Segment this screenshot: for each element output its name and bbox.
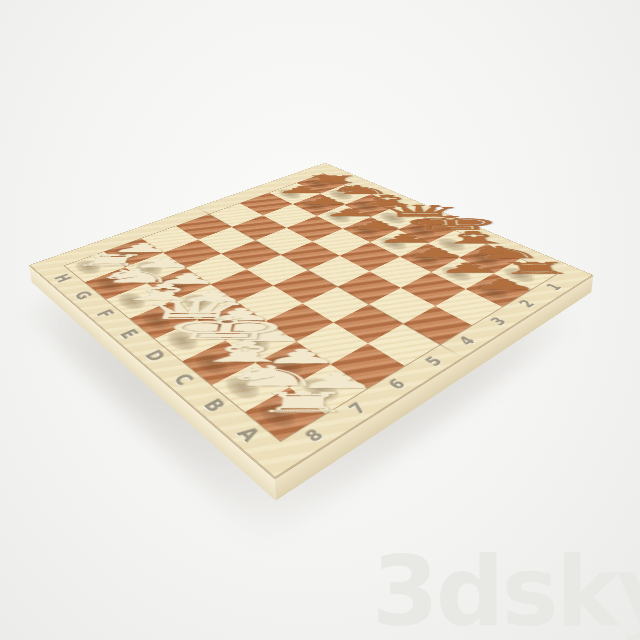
square-d5 [274, 270, 338, 303]
piece-glyph: ♟ [296, 196, 334, 206]
square-a6 [330, 343, 405, 388]
piece-glyph: ♟ [347, 219, 387, 230]
square-c5 [303, 287, 369, 323]
square-c4 [337, 271, 401, 304]
square-d7 [197, 302, 265, 340]
piece-glyph: ♟ [434, 261, 481, 275]
square-a4 [403, 306, 472, 345]
chess-board: HGFEDCBA 12345678 ♜♞♝♛♚♝♞♜♟♟♟♟♟♟♟♟♟♟♟♟♟♟… [29, 163, 594, 479]
render-scene: HGFEDCBA 12345678 ♜♞♝♛♚♝♞♜♟♟♟♟♟♟♟♟♟♟♟♟♟♟… [0, 0, 640, 640]
square-b7 [256, 342, 330, 387]
square-b4 [369, 288, 435, 324]
square-c6 [266, 303, 335, 341]
piece-glyph: ♜ [493, 260, 543, 276]
square-b5 [334, 304, 403, 343]
piece-glyph: ♟ [273, 185, 310, 194]
rank-labels: 12345678 [281, 274, 579, 459]
square-a8 [245, 387, 326, 441]
piece-glyph: ♟ [403, 246, 447, 259]
piece-glyph: ♟ [374, 232, 416, 244]
square-c7 [225, 321, 296, 363]
watermark-text: 3dsky [372, 536, 640, 640]
square-a3 [435, 289, 502, 325]
piece-glyph: ♟ [321, 207, 359, 218]
chess-board-3d-wrapper: HGFEDCBA 12345678 ♜♞♝♛♚♝♞♜♟♟♟♟♟♟♟♟♟♟♟♟♟♟… [108, 70, 508, 470]
square-c8 [182, 340, 256, 385]
square-b3 [401, 272, 465, 305]
square-b8 [212, 362, 289, 411]
square-b6 [297, 322, 368, 364]
square-d8 [155, 320, 226, 361]
square-a5 [368, 324, 440, 366]
square-a7 [289, 364, 367, 413]
